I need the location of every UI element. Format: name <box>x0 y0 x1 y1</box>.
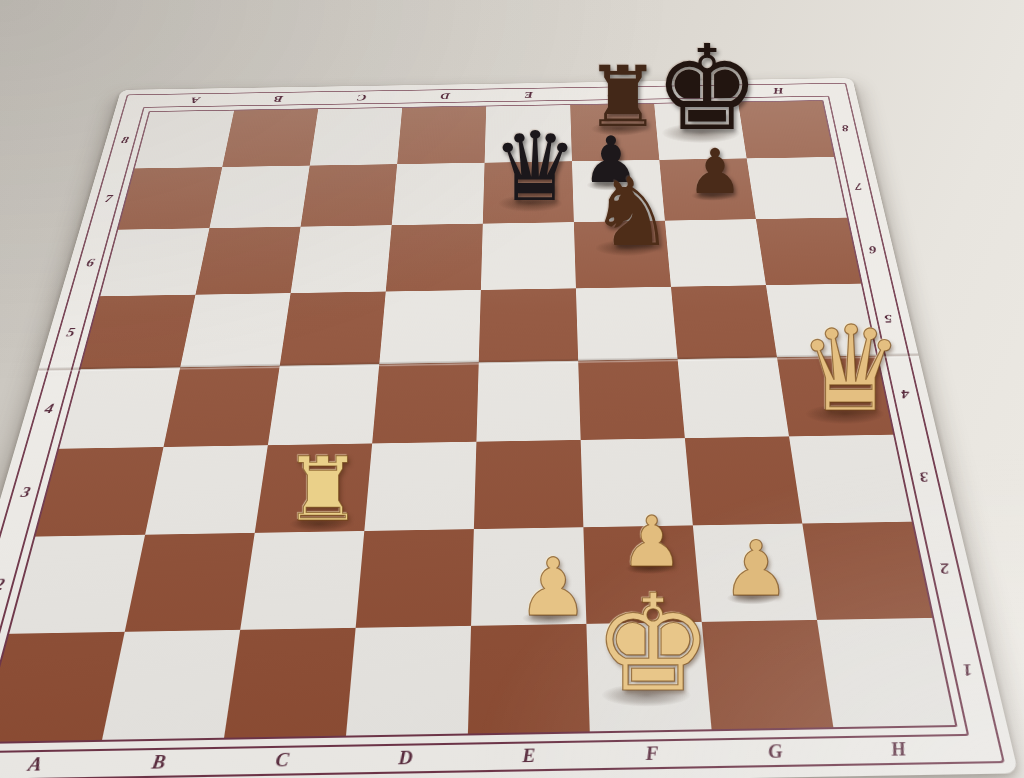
square-a8[interactable] <box>135 111 234 169</box>
square-c1[interactable] <box>224 628 356 738</box>
rank-label-left-3: 3 <box>20 485 32 499</box>
file-label-bottom-a: A <box>27 755 45 774</box>
square-h6[interactable] <box>756 218 861 286</box>
square-b6[interactable] <box>195 227 300 295</box>
rank-label-left-6: 6 <box>85 257 95 268</box>
rank-label-right-7: 7 <box>854 181 863 191</box>
square-d8[interactable] <box>397 107 486 165</box>
square-a4[interactable] <box>59 367 180 448</box>
chessboard-photo-scene: AABBCCDDEEFFGGHH8877665544332211 ♜♚♛♟♟♞♛… <box>0 0 1024 778</box>
square-d1[interactable] <box>346 626 471 736</box>
file-label-bottom-b: B <box>151 753 167 772</box>
file-label-bottom-h: H <box>889 740 908 759</box>
square-a3[interactable] <box>35 447 163 537</box>
square-a7[interactable] <box>118 167 222 230</box>
rank-label-right-2: 2 <box>938 560 950 575</box>
square-c5[interactable] <box>280 292 386 366</box>
square-h7[interactable] <box>747 157 847 219</box>
square-e4[interactable] <box>476 361 580 442</box>
square-g4[interactable] <box>678 357 789 438</box>
square-d3[interactable] <box>364 442 476 531</box>
black-knight-f6[interactable]: ♞ <box>589 165 674 260</box>
square-c2[interactable] <box>240 531 364 630</box>
rank-label-right-3: 3 <box>918 470 930 484</box>
square-b4[interactable] <box>164 366 280 447</box>
square-c7[interactable] <box>301 164 398 227</box>
square-b2[interactable] <box>125 533 255 632</box>
rank-label-left-5: 5 <box>65 326 76 338</box>
square-b5[interactable] <box>180 293 290 367</box>
rank-label-left-2: 2 <box>0 577 6 593</box>
file-label-bottom-d: D <box>398 749 413 768</box>
square-d7[interactable] <box>392 163 485 225</box>
file-label-top-c: C <box>357 93 367 102</box>
rank-label-left-7: 7 <box>104 194 114 204</box>
rank-label-right-6: 6 <box>868 244 878 255</box>
file-label-bottom-c: C <box>275 751 290 770</box>
square-g1[interactable] <box>702 620 834 729</box>
square-e6[interactable] <box>481 222 576 290</box>
square-b8[interactable] <box>222 109 318 167</box>
file-label-top-b: B <box>273 95 283 104</box>
square-h3[interactable] <box>789 435 912 524</box>
square-f4[interactable] <box>578 359 685 440</box>
square-d6[interactable] <box>386 224 483 292</box>
square-b7[interactable] <box>209 166 309 229</box>
white-queen-h4[interactable]: ♛ <box>798 310 904 428</box>
square-b1[interactable] <box>102 630 240 740</box>
square-c6[interactable] <box>291 225 392 293</box>
square-g3[interactable] <box>685 436 802 525</box>
white-pawn-g2[interactable]: ♟ <box>722 531 790 607</box>
file-label-bottom-f: F <box>645 744 659 763</box>
square-d4[interactable] <box>372 362 479 443</box>
square-a5[interactable] <box>81 295 196 369</box>
white-rook-c3[interactable]: ♜ <box>284 446 363 534</box>
square-a6[interactable] <box>100 228 209 296</box>
square-b3[interactable] <box>145 445 268 534</box>
square-h1[interactable] <box>817 618 955 727</box>
black-king-g8[interactable]: ♚ <box>654 29 760 147</box>
rank-label-left-8: 8 <box>120 135 129 144</box>
square-d5[interactable] <box>379 290 481 364</box>
rank-label-right-1: 1 <box>961 661 974 678</box>
square-a2[interactable] <box>9 535 145 634</box>
rank-label-right-8: 8 <box>841 124 850 133</box>
square-e3[interactable] <box>474 440 584 529</box>
square-e5[interactable] <box>479 288 578 362</box>
black-pawn-g7[interactable]: ♟ <box>687 141 743 203</box>
white-pawn-e2[interactable]: ♟ <box>517 548 589 628</box>
rank-label-left-4: 4 <box>44 402 56 415</box>
file-label-bottom-g: G <box>767 742 783 761</box>
square-h2[interactable] <box>802 522 932 620</box>
file-label-top-h: H <box>772 87 784 96</box>
white-king-f1[interactable]: ♚ <box>593 577 713 711</box>
file-label-bottom-e: E <box>522 746 535 765</box>
file-label-top-e: E <box>524 91 533 100</box>
square-c8[interactable] <box>310 108 402 166</box>
file-label-top-a: A <box>189 96 200 105</box>
square-d2[interactable] <box>356 529 474 628</box>
square-f5[interactable] <box>576 287 678 361</box>
black-queen-e7[interactable]: ♛ <box>492 119 578 215</box>
square-g6[interactable] <box>665 219 766 287</box>
square-g5[interactable] <box>671 285 777 359</box>
square-e1[interactable] <box>468 624 590 734</box>
square-c4[interactable] <box>268 364 379 445</box>
file-label-top-d: D <box>440 92 450 101</box>
